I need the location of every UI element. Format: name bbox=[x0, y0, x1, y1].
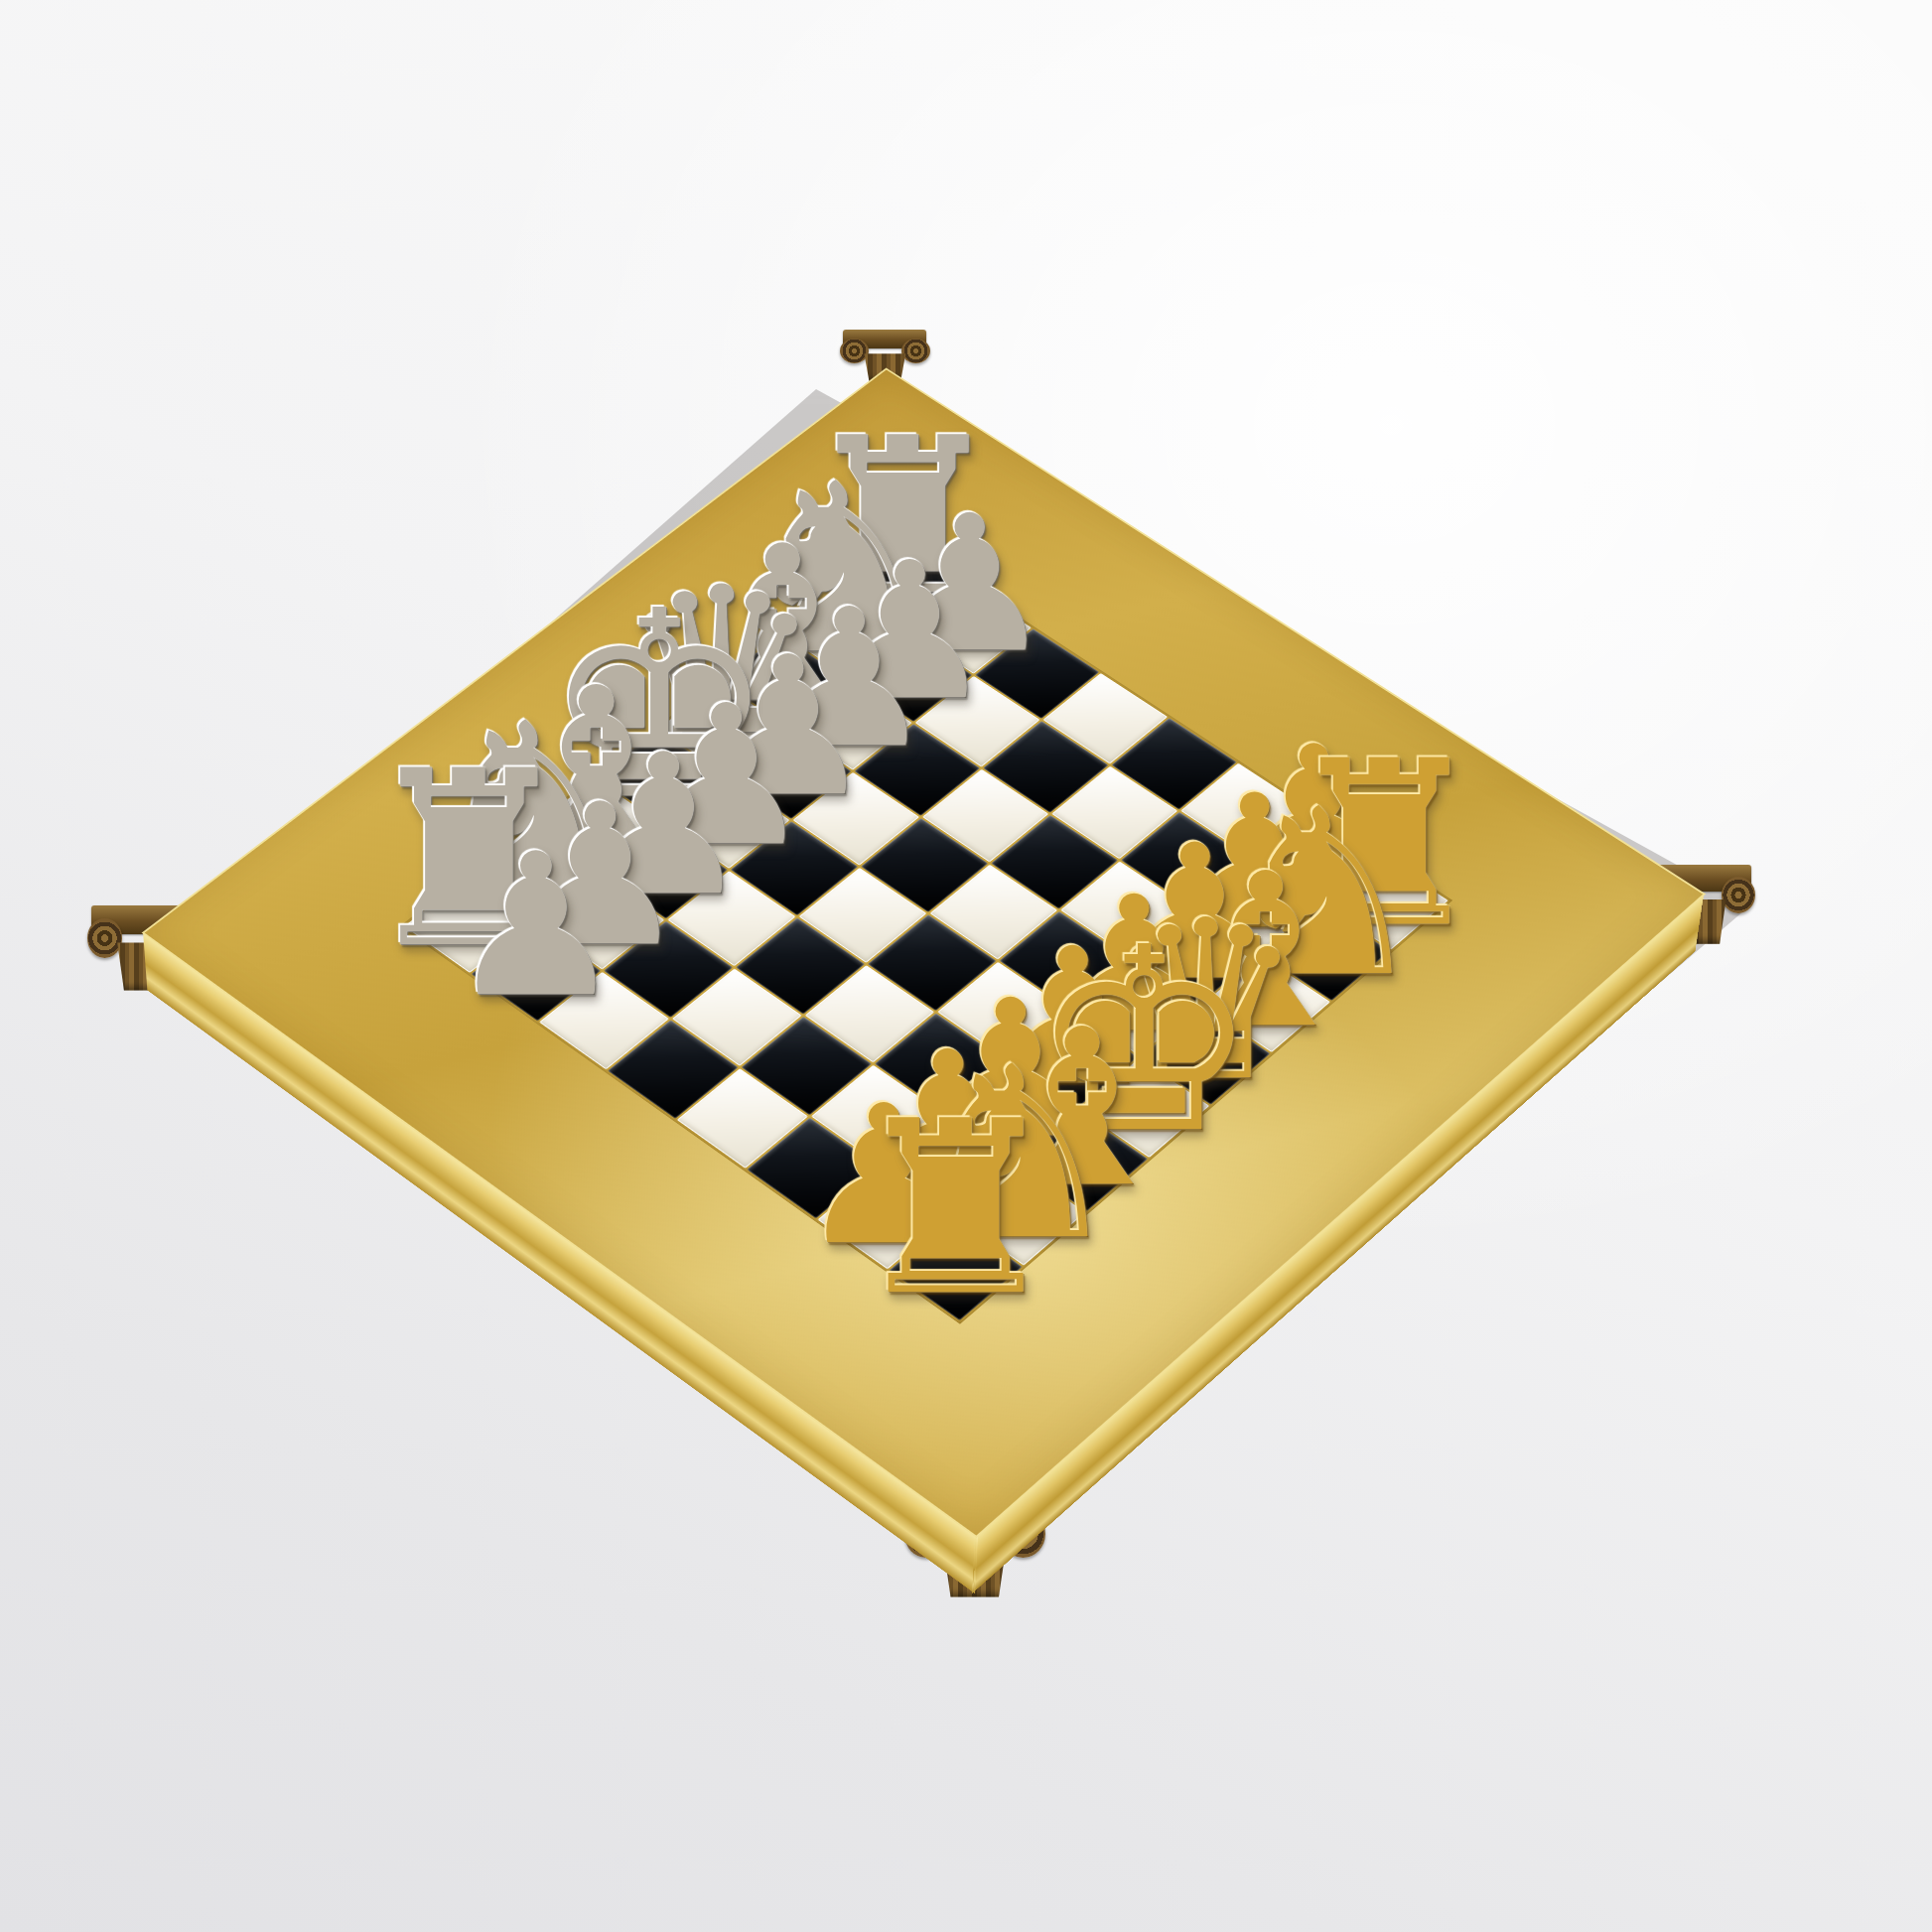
pieces-layer: ♜♟♟♜♞♟♟♞♝♟♟♝♛♟♟♛♚♟♟♚♝♟♟♝♞♟♟♞♜♟♟♜ bbox=[0, 0, 1932, 1932]
piece-white-rook-a1: ♜ bbox=[836, 1089, 1075, 1328]
piece-black-pawn-a7: ♟ bbox=[438, 828, 634, 1025]
